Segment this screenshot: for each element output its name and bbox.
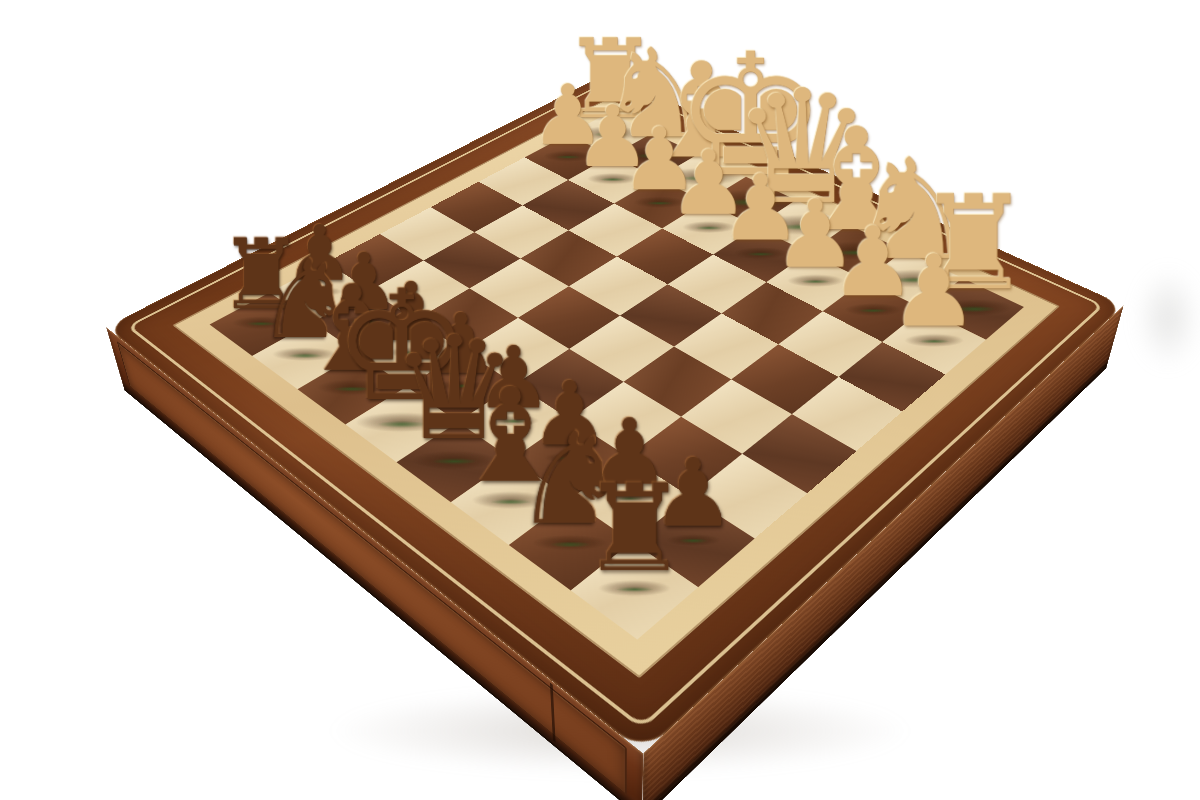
piece-white-pawn[interactable]: ♟ [832,242,1037,341]
piece-glyph: ♜ [581,469,689,589]
board-top-face: ♜♞♝♚♛♝♞♜♟♟♟♟♟♟♟♟♟♟♟♟♟♟♟♟♜♞♝♚♛♝♞♜ [106,73,1124,753]
chess-board-box: ♜♞♝♚♛♝♞♜♟♟♟♟♟♟♟♟♟♟♟♟♟♟♟♟♜♞♝♚♛♝♞♜ [106,73,1124,753]
background-smudge [1136,268,1200,368]
piece-black-rook[interactable]: ♜ [509,469,759,589]
piece-glyph: ♟ [890,242,979,341]
scene: ♜♞♝♚♛♝♞♜♟♟♟♟♟♟♟♟♟♟♟♟♟♟♟♟♜♞♝♚♛♝♞♜ [0,0,1200,800]
